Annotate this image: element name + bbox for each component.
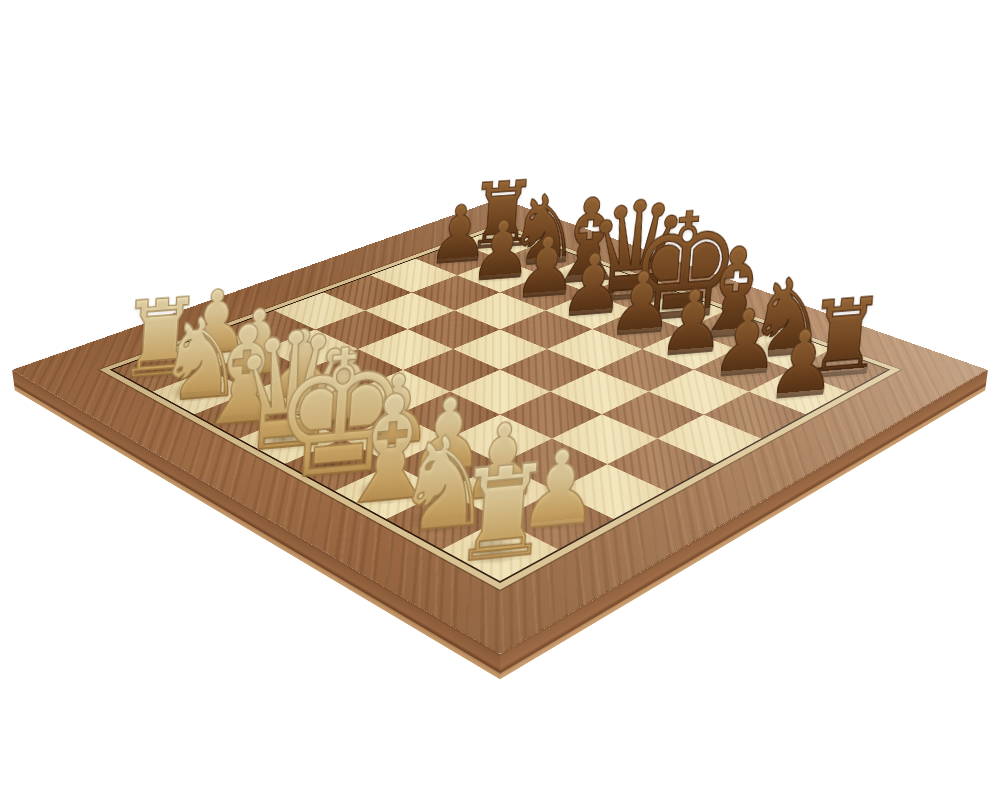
pieces-layer: ♜♞♝♛♚♝♞♜♟♟♟♟♟♟♟♟♟♟♟♟♟♟♟♟♜♞♝♛♚♝♞♜ (12, 199, 988, 655)
photo-scene: ♜♞♝♛♚♝♞♜♟♟♟♟♟♟♟♟♟♟♟♟♟♟♟♟♜♞♝♛♚♝♞♜ (0, 0, 1000, 800)
chess-board: ♜♞♝♛♚♝♞♜♟♟♟♟♟♟♟♟♟♟♟♟♟♟♟♟♜♞♝♛♚♝♞♜ (12, 199, 988, 655)
